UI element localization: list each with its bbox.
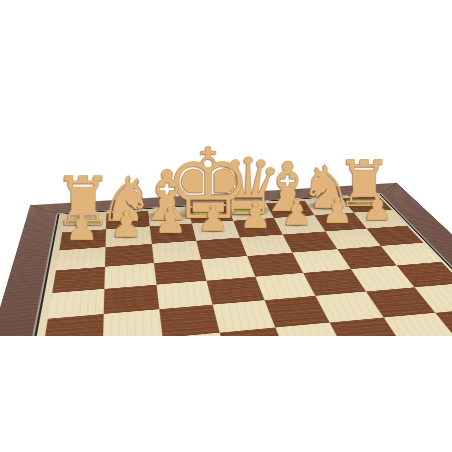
photo-bottom-crop (0, 336, 452, 452)
chess-set-product-photo: ♜♞♝♛♚♝♞♜♟♟♟♟♟♟♟♟ (0, 0, 452, 452)
